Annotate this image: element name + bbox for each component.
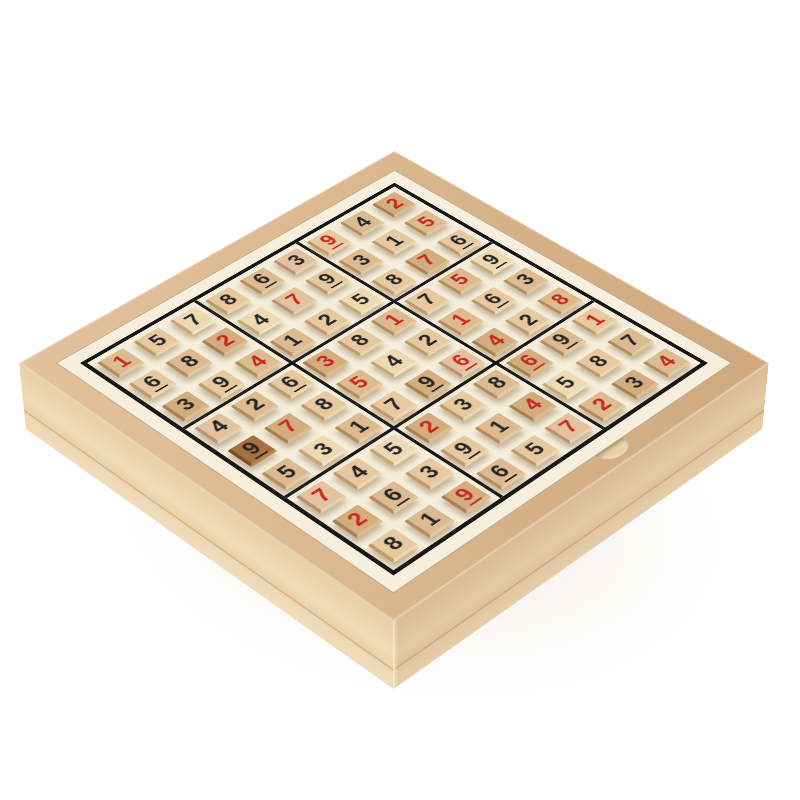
tile-r5c2[interactable]: 7 bbox=[264, 413, 313, 445]
cell-r9c2: 1 bbox=[394, 497, 467, 545]
tile-digit: 4 bbox=[344, 463, 373, 482]
tile-r8c5[interactable]: 1 bbox=[474, 413, 523, 445]
tile-digit: 4 bbox=[380, 353, 407, 370]
tile-r1c1[interactable]: 1 bbox=[97, 348, 145, 378]
cell-r8c5: 1 bbox=[464, 406, 534, 451]
tile-r7c5[interactable]: 3 bbox=[439, 391, 488, 422]
tile-digit: 1 bbox=[485, 417, 513, 435]
tile-digit: 5 bbox=[380, 440, 408, 458]
tile-digit: 8 bbox=[311, 395, 339, 413]
tile-digit: 2 bbox=[212, 332, 239, 349]
tile-digit: 7 bbox=[414, 252, 440, 268]
cell-r2c1: 6 bbox=[119, 363, 188, 406]
cell-r9c6: 7 bbox=[534, 406, 604, 451]
tile-digit: 9 bbox=[315, 232, 344, 249]
tile-digit: 6 bbox=[275, 373, 306, 393]
tile-digit: 9 bbox=[413, 373, 444, 393]
board-top-face: 1578639426824793153941258764263817599785… bbox=[19, 151, 769, 621]
tile-digit: 1 bbox=[447, 311, 474, 327]
tile-r6c5[interactable]: 9 bbox=[404, 369, 453, 399]
tile-digit: 3 bbox=[349, 252, 375, 268]
perspective-stage: 1578639426824793153941258764263817599785… bbox=[0, 0, 800, 800]
tile-digit: 8 bbox=[547, 291, 574, 307]
cell-r8c6: 4 bbox=[498, 384, 567, 428]
cell-r9c1: 8 bbox=[357, 521, 430, 570]
tile-digit: 7 bbox=[307, 486, 336, 505]
tile-r9c5[interactable]: 5 bbox=[510, 435, 560, 467]
tile-r8c4[interactable]: 9 bbox=[440, 435, 490, 467]
tile-digit: 3 bbox=[172, 395, 200, 413]
tile-digit: 1 bbox=[279, 332, 306, 349]
tile-r4c2[interactable]: 2 bbox=[231, 391, 280, 422]
tile-r9c8[interactable]: 3 bbox=[611, 369, 660, 399]
tile-digit: 8 bbox=[584, 353, 612, 370]
tile-digit: 2 bbox=[415, 417, 443, 435]
tile-digit: 9 bbox=[477, 251, 507, 269]
cell-r8c1: 2 bbox=[321, 497, 394, 545]
tile-digit: 5 bbox=[144, 332, 171, 349]
cell-r5c2: 7 bbox=[254, 406, 324, 451]
tile-digit: 2 bbox=[241, 395, 269, 413]
tile-digit: 3 bbox=[309, 440, 337, 458]
cell-r3c1: 3 bbox=[151, 384, 220, 428]
cell-r7c6: 8 bbox=[463, 363, 532, 406]
tile-digit: 8 bbox=[483, 374, 511, 391]
tile-digit: 2 bbox=[514, 311, 541, 327]
cell-r6c5: 9 bbox=[394, 363, 463, 406]
sudoku-wooden-box: 1578639426824793153941258764263817599785… bbox=[19, 151, 769, 621]
tile-digit: 5 bbox=[348, 291, 375, 307]
tile-digit: 5 bbox=[552, 374, 580, 391]
cell-r7c5: 3 bbox=[429, 384, 498, 428]
cell-r4c3: 6 bbox=[256, 363, 325, 406]
tile-digit: 6 bbox=[447, 352, 478, 371]
tile-digit: 7 bbox=[281, 291, 308, 307]
cell-r4c2: 2 bbox=[220, 384, 289, 428]
cell-r7c1: 7 bbox=[286, 474, 358, 521]
tile-digit: 6 bbox=[484, 461, 517, 482]
tile-digit: 2 bbox=[414, 332, 441, 349]
cell-r6c2: 3 bbox=[288, 428, 359, 474]
tile-digit: 1 bbox=[415, 509, 444, 528]
tile-digit: 9 bbox=[547, 331, 578, 350]
board-cream-margin: 1578639426824793153941258764263817599785… bbox=[56, 170, 732, 593]
tile-r6c3[interactable]: 1 bbox=[334, 413, 383, 445]
tile-digit: 9 bbox=[237, 439, 269, 460]
tile-digit: 7 bbox=[275, 417, 303, 435]
tile-digit: 2 bbox=[382, 196, 408, 211]
tile-digit: 6 bbox=[248, 271, 278, 289]
tile-r9c6[interactable]: 7 bbox=[544, 413, 593, 445]
tile-r8c3[interactable]: 3 bbox=[404, 458, 454, 491]
tile-digit: 5 bbox=[413, 214, 439, 229]
tile-r5c4[interactable]: 5 bbox=[335, 369, 384, 399]
tile-digit: 4 bbox=[519, 395, 547, 413]
cell-r7c3: 5 bbox=[358, 428, 429, 474]
tile-r9c7[interactable]: 2 bbox=[578, 391, 627, 422]
tile-digit: 7 bbox=[380, 396, 408, 414]
tile-digit: 1 bbox=[581, 311, 608, 327]
tile-digit: 5 bbox=[346, 374, 374, 391]
tile-digit: 9 bbox=[314, 271, 344, 289]
tile-digit: 7 bbox=[555, 417, 584, 435]
cell-r9c5: 5 bbox=[500, 428, 571, 474]
tile-digit: 8 bbox=[176, 353, 203, 370]
tile-digit: 7 bbox=[414, 291, 441, 307]
tile-r9c9[interactable]: 4 bbox=[643, 348, 691, 378]
cell-r4c1: 4 bbox=[184, 406, 254, 451]
tile-r9c2[interactable]: 1 bbox=[404, 504, 455, 538]
cell-r9c3: 9 bbox=[430, 474, 502, 521]
tile-r7c6[interactable]: 8 bbox=[473, 369, 522, 399]
tile-r6c2[interactable]: 3 bbox=[298, 435, 348, 467]
tile-digit: 9 bbox=[449, 485, 482, 506]
cell-r8c3: 3 bbox=[394, 451, 465, 497]
tile-digit: 3 bbox=[620, 374, 648, 391]
tile-digit: 4 bbox=[244, 353, 271, 370]
tile-digit: 5 bbox=[521, 440, 550, 458]
tile-r6c4[interactable]: 7 bbox=[369, 391, 418, 422]
tile-digit: 6 bbox=[377, 485, 410, 506]
cell-r8c4: 9 bbox=[429, 428, 500, 474]
cell-r9c8: 3 bbox=[600, 363, 669, 406]
tile-r7c1[interactable]: 7 bbox=[296, 481, 347, 514]
tile-digit: 3 bbox=[283, 252, 309, 268]
tile-r8c7[interactable]: 5 bbox=[542, 369, 591, 399]
tile-r8c2[interactable]: 6 bbox=[368, 481, 419, 514]
tile-digit: 7 bbox=[617, 332, 645, 349]
tile-digit: 1 bbox=[108, 353, 135, 370]
tile-digit: 8 bbox=[379, 534, 409, 554]
cell-r8c2: 6 bbox=[358, 474, 430, 521]
cell-r6c3: 1 bbox=[324, 406, 394, 451]
tile-digit: 9 bbox=[207, 373, 238, 393]
tile-r7c2[interactable]: 4 bbox=[333, 458, 383, 491]
tile-digit: 6 bbox=[479, 290, 509, 308]
cell-r8c7: 5 bbox=[532, 363, 601, 406]
tile-digit: 9 bbox=[448, 439, 480, 460]
cell-r5c1: 9 bbox=[217, 428, 288, 474]
tile-digit: 6 bbox=[444, 232, 474, 249]
tile-digit: 8 bbox=[215, 291, 241, 307]
cell-r5c4: 5 bbox=[325, 363, 394, 406]
tile-r4c3[interactable]: 6 bbox=[266, 369, 315, 399]
tile-r5c1[interactable]: 9 bbox=[227, 435, 277, 467]
cell-r7c4: 2 bbox=[394, 406, 464, 451]
tile-digit: 1 bbox=[345, 417, 373, 435]
tile-r3c1[interactable]: 3 bbox=[161, 391, 210, 422]
tile-digit: 1 bbox=[381, 311, 408, 327]
cell-r3c2: 9 bbox=[188, 363, 257, 406]
tile-r4c1[interactable]: 4 bbox=[194, 413, 243, 445]
tile-digit: 8 bbox=[347, 332, 374, 349]
tile-r9c3[interactable]: 9 bbox=[440, 481, 491, 514]
tile-digit: 4 bbox=[653, 353, 681, 370]
tile-digit: 8 bbox=[381, 272, 408, 288]
tile-r9c1[interactable]: 8 bbox=[368, 528, 420, 563]
tile-r7c4[interactable]: 2 bbox=[404, 413, 453, 445]
tile-digit: 2 bbox=[588, 395, 616, 413]
tile-r3c2[interactable]: 9 bbox=[198, 369, 247, 399]
tile-r6c1[interactable]: 5 bbox=[262, 458, 312, 491]
tile-digit: 6 bbox=[138, 373, 169, 393]
tile-digit: 4 bbox=[482, 332, 509, 349]
cell-r7c2: 4 bbox=[322, 451, 393, 497]
tile-r8c6[interactable]: 4 bbox=[508, 391, 557, 422]
tile-digit: 7 bbox=[180, 311, 207, 327]
tile-digit: 3 bbox=[415, 463, 444, 482]
tile-digit: 5 bbox=[273, 463, 302, 482]
cell-r6c1: 5 bbox=[251, 451, 322, 497]
cell-r6c4: 7 bbox=[359, 384, 428, 428]
cell-r9c7: 2 bbox=[567, 384, 636, 428]
cell-r9c4: 6 bbox=[465, 451, 536, 497]
tile-r5c3[interactable]: 8 bbox=[300, 391, 349, 422]
cell-r5c3: 8 bbox=[290, 384, 359, 428]
tile-digit: 5 bbox=[447, 272, 474, 288]
tile-r2c2[interactable]: 8 bbox=[165, 348, 213, 378]
tile-digit: 6 bbox=[515, 352, 546, 371]
tile-digit: 1 bbox=[381, 233, 407, 248]
tile-digit: 4 bbox=[247, 311, 274, 327]
tile-digit: 2 bbox=[314, 311, 341, 327]
tile-digit: 3 bbox=[449, 396, 477, 414]
tile-r2c1[interactable]: 6 bbox=[129, 369, 178, 399]
tile-r9c4[interactable]: 6 bbox=[476, 458, 526, 491]
tile-digit: 3 bbox=[512, 272, 539, 288]
product-photo-scene: 1578639426824793153941258764263817599785… bbox=[0, 0, 800, 800]
tile-r8c1[interactable]: 2 bbox=[332, 504, 383, 538]
tile-r7c3[interactable]: 5 bbox=[369, 435, 419, 467]
tile-digit: 4 bbox=[205, 417, 233, 435]
tile-digit: 2 bbox=[343, 509, 372, 528]
tile-digit: 4 bbox=[349, 214, 375, 229]
tile-digit: 3 bbox=[312, 353, 339, 370]
